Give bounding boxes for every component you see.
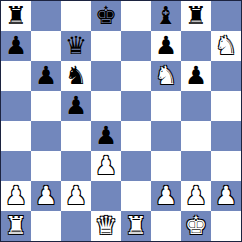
square-d6[interactable] xyxy=(91,61,121,91)
square-c8[interactable] xyxy=(61,1,91,31)
square-g1[interactable]: ♚ xyxy=(181,211,211,241)
square-d4[interactable]: ♟ xyxy=(91,121,121,151)
square-f5[interactable] xyxy=(151,91,181,121)
square-b1[interactable] xyxy=(31,211,61,241)
black-king[interactable]: ♚ xyxy=(95,3,117,28)
white-rook[interactable]: ♜ xyxy=(125,213,147,238)
square-h5[interactable] xyxy=(211,91,241,121)
square-g2[interactable]: ♟ xyxy=(181,181,211,211)
square-d2[interactable] xyxy=(91,181,121,211)
square-d5[interactable] xyxy=(91,91,121,121)
square-c5[interactable]: ♟ xyxy=(61,91,91,121)
white-king[interactable]: ♚ xyxy=(185,213,207,238)
square-e8[interactable] xyxy=(121,1,151,31)
square-g8[interactable]: ♜ xyxy=(181,1,211,31)
black-pawn[interactable]: ♟ xyxy=(185,63,207,88)
square-b2[interactable]: ♟ xyxy=(31,181,61,211)
square-b4[interactable] xyxy=(31,121,61,151)
white-pawn[interactable]: ♟ xyxy=(5,183,27,208)
white-pawn[interactable]: ♟ xyxy=(155,183,177,208)
black-bishop[interactable]: ♝ xyxy=(155,3,177,28)
black-pawn[interactable]: ♟ xyxy=(35,63,57,88)
square-a3[interactable] xyxy=(1,151,31,181)
square-e6[interactable] xyxy=(121,61,151,91)
white-rook[interactable]: ♜ xyxy=(5,213,27,238)
square-c4[interactable] xyxy=(61,121,91,151)
black-rook[interactable]: ♜ xyxy=(185,3,207,28)
square-e5[interactable] xyxy=(121,91,151,121)
square-a6[interactable] xyxy=(1,61,31,91)
square-g7[interactable] xyxy=(181,31,211,61)
square-d8[interactable]: ♚ xyxy=(91,1,121,31)
white-pawn[interactable]: ♟ xyxy=(95,153,117,178)
square-d1[interactable]: ♛ xyxy=(91,211,121,241)
white-knight[interactable]: ♞ xyxy=(155,63,177,88)
square-h7[interactable]: ♞ xyxy=(211,31,241,61)
square-h4[interactable] xyxy=(211,121,241,151)
square-a1[interactable]: ♜ xyxy=(1,211,31,241)
square-b6[interactable]: ♟ xyxy=(31,61,61,91)
white-pawn[interactable]: ♟ xyxy=(185,183,207,208)
square-d7[interactable] xyxy=(91,31,121,61)
black-queen[interactable]: ♛ xyxy=(65,33,87,58)
square-e3[interactable] xyxy=(121,151,151,181)
square-b3[interactable] xyxy=(31,151,61,181)
square-f8[interactable]: ♝ xyxy=(151,1,181,31)
square-f3[interactable] xyxy=(151,151,181,181)
square-b5[interactable] xyxy=(31,91,61,121)
square-c3[interactable] xyxy=(61,151,91,181)
square-e4[interactable] xyxy=(121,121,151,151)
square-c6[interactable]: ♞ xyxy=(61,61,91,91)
square-d3[interactable]: ♟ xyxy=(91,151,121,181)
square-h6[interactable] xyxy=(211,61,241,91)
square-h8[interactable] xyxy=(211,1,241,31)
square-f1[interactable] xyxy=(151,211,181,241)
square-e2[interactable] xyxy=(121,181,151,211)
square-e7[interactable] xyxy=(121,31,151,61)
black-knight[interactable]: ♞ xyxy=(65,63,87,88)
white-pawn[interactable]: ♟ xyxy=(65,183,87,208)
black-pawn[interactable]: ♟ xyxy=(95,123,117,148)
square-a4[interactable] xyxy=(1,121,31,151)
square-a7[interactable]: ♟ xyxy=(1,31,31,61)
square-f6[interactable]: ♞ xyxy=(151,61,181,91)
square-g4[interactable] xyxy=(181,121,211,151)
square-c1[interactable] xyxy=(61,211,91,241)
white-pawn[interactable]: ♟ xyxy=(215,183,237,208)
white-knight[interactable]: ♞ xyxy=(215,33,237,58)
square-b7[interactable] xyxy=(31,31,61,61)
square-c7[interactable]: ♛ xyxy=(61,31,91,61)
white-queen[interactable]: ♛ xyxy=(95,213,117,238)
square-g5[interactable] xyxy=(181,91,211,121)
square-a5[interactable] xyxy=(1,91,31,121)
square-c2[interactable]: ♟ xyxy=(61,181,91,211)
square-b8[interactable] xyxy=(31,1,61,31)
chess-board: ♜♚♝♜♟♛♟♞♟♞♞♟♟♟♟♟♟♟♟♟♟♜♛♜♚ xyxy=(0,0,242,242)
white-pawn[interactable]: ♟ xyxy=(35,183,57,208)
black-pawn[interactable]: ♟ xyxy=(5,33,27,58)
square-a8[interactable]: ♜ xyxy=(1,1,31,31)
square-h1[interactable] xyxy=(211,211,241,241)
square-a2[interactable]: ♟ xyxy=(1,181,31,211)
square-g6[interactable]: ♟ xyxy=(181,61,211,91)
square-h3[interactable] xyxy=(211,151,241,181)
square-f4[interactable] xyxy=(151,121,181,151)
square-e1[interactable]: ♜ xyxy=(121,211,151,241)
square-f2[interactable]: ♟ xyxy=(151,181,181,211)
square-h2[interactable]: ♟ xyxy=(211,181,241,211)
black-pawn[interactable]: ♟ xyxy=(65,93,87,118)
black-pawn[interactable]: ♟ xyxy=(155,33,177,58)
square-f7[interactable]: ♟ xyxy=(151,31,181,61)
square-g3[interactable] xyxy=(181,151,211,181)
black-rook[interactable]: ♜ xyxy=(5,3,27,28)
